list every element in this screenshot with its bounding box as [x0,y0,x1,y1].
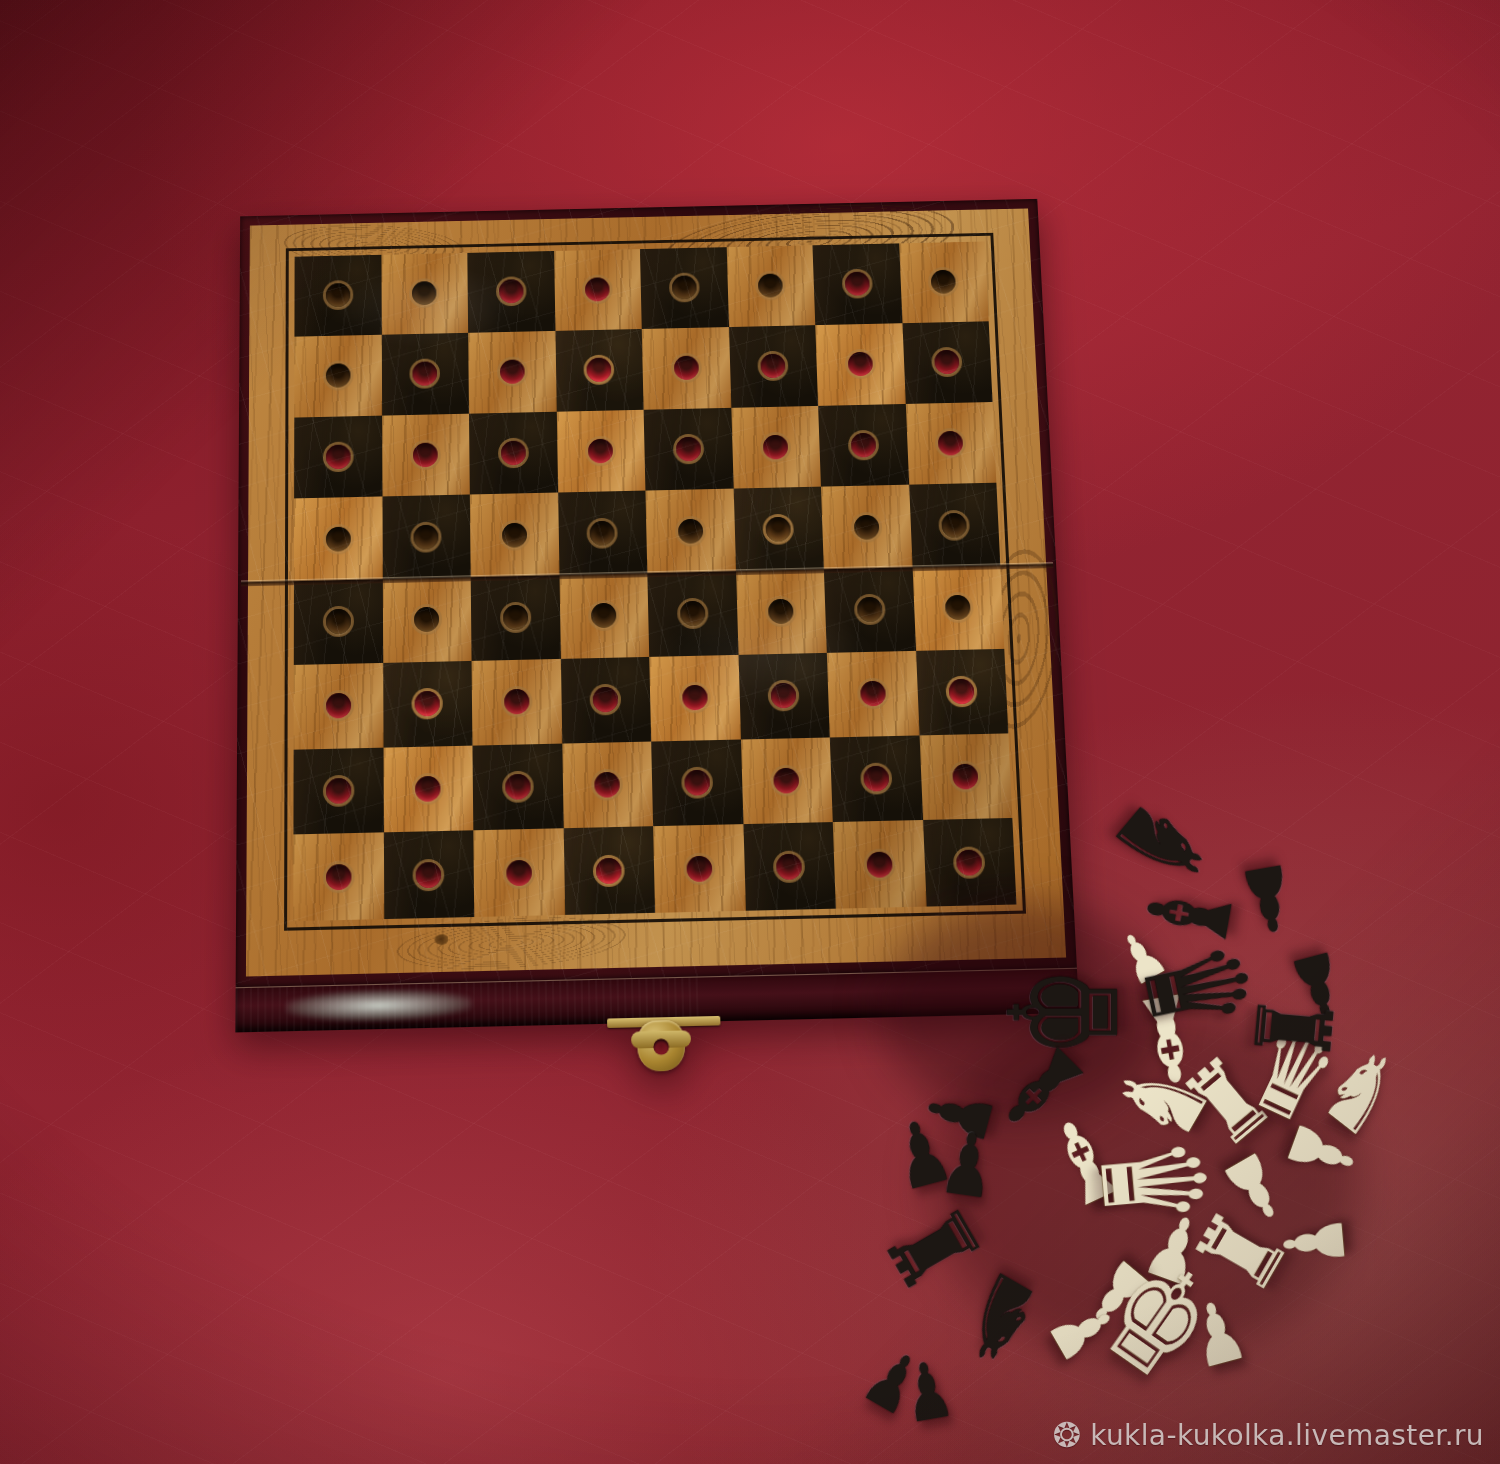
pile-piece-black-rook[interactable]: ♜ [1237,992,1346,1064]
pieces-pile: ♟♝♞♜♛♞♟♝♞♟♝♟♛♚♜♝♟♟♟♜♞♟♟♛♟♜♟♟♟♚♟♟ [0,0,1500,1464]
pile-piece-white-pawn[interactable]: ♟ [1272,1214,1358,1271]
livemaster-logo-icon: ❂ [1053,1418,1082,1452]
watermark-text: kukla-kukolka.livemaster.ru [1090,1419,1484,1452]
watermark: ❂ kukla-kukolka.livemaster.ru [1053,1418,1484,1452]
